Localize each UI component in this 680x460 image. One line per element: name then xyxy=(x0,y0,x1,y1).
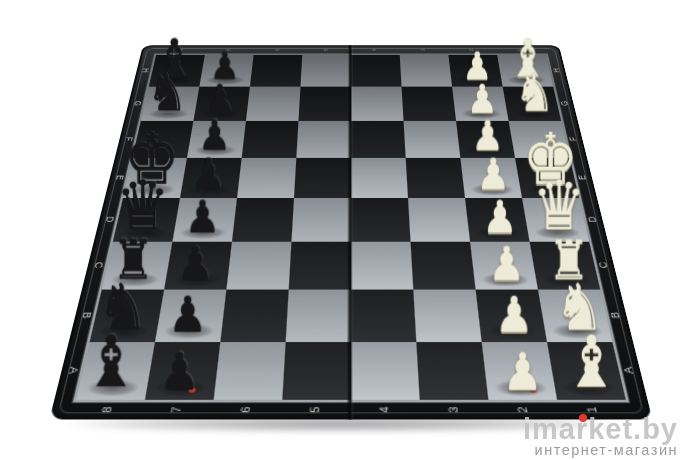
white-bishop-glyph: ♝ xyxy=(557,325,626,399)
coordinate-label-F: F xyxy=(567,134,580,144)
product-photo-stage: 8765432187654321HGFEDCBAHGFEDCBA ♝♞♜♛♚♞♝… xyxy=(0,0,680,460)
white-pawn-glyph: ♟ xyxy=(488,344,557,399)
piece-white-pawn-a2[interactable]: ♟ xyxy=(482,342,557,400)
coordinate-label-1: 1 xyxy=(515,46,526,54)
coordinate-label-4: 4 xyxy=(370,46,380,54)
black-pawn-glyph: ♟ xyxy=(164,239,226,289)
piece-black-pawn-a7[interactable]: ♟ xyxy=(145,342,220,400)
white-pawn-glyph: ♟ xyxy=(470,193,529,241)
coordinate-label-3: 3 xyxy=(418,46,428,54)
board-perspective-wrapper: 8765432187654321HGFEDCBAHGFEDCBA ♝♞♜♛♚♞♝… xyxy=(105,0,597,460)
piece-black-pawn-b7[interactable]: ♟ xyxy=(155,290,226,342)
coordinate-label-G: G xyxy=(559,99,572,109)
chess-board: 8765432187654321HGFEDCBAHGFEDCBA ♝♞♜♛♚♞♝… xyxy=(49,45,652,419)
white-pawn-glyph: ♟ xyxy=(475,239,537,289)
coordinate-label-8: 8 xyxy=(176,46,187,54)
white-pawn-glyph: ♟ xyxy=(482,289,547,341)
coordinate-label-H: H xyxy=(551,66,563,75)
piece-black-pawn-c7[interactable]: ♟ xyxy=(164,242,232,290)
black-pawn-glyph: ♟ xyxy=(155,289,220,341)
piece-white-pawn-b2[interactable]: ♟ xyxy=(476,290,547,342)
piece-white-bishop-a1[interactable]: ♝ xyxy=(547,342,626,400)
piece-white-pawn-c2[interactable]: ♟ xyxy=(470,242,538,290)
black-pawn-glyph: ♟ xyxy=(145,344,214,399)
piece-black-bishop-a8[interactable]: ♝ xyxy=(76,342,155,400)
coordinate-label-5: 5 xyxy=(322,46,332,54)
coordinate-label-7: 7 xyxy=(224,46,235,54)
coordinate-label-2: 2 xyxy=(467,46,478,54)
coordinate-label-6: 6 xyxy=(273,46,283,54)
black-pawn-glyph: ♟ xyxy=(173,193,232,241)
coordinate-label-H: H xyxy=(139,66,151,75)
black-bishop-glyph: ♝ xyxy=(77,325,146,399)
